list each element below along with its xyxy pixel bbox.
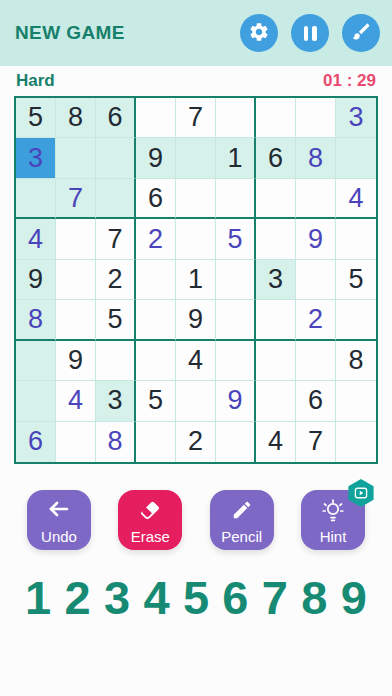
cell-r3c5[interactable] (176, 179, 216, 219)
cell-r9c8[interactable]: 7 (296, 422, 336, 462)
cell-r5c8[interactable] (296, 260, 336, 300)
cell-r9c7[interactable]: 4 (256, 422, 296, 462)
cell-r7c3[interactable] (96, 341, 136, 381)
pencil-button[interactable]: Pencil (210, 490, 274, 550)
cell-r8c7[interactable] (256, 381, 296, 421)
erase-label: Erase (131, 528, 170, 545)
numpad-7[interactable]: 7 (262, 574, 288, 621)
cell-r9c5[interactable]: 2 (176, 422, 216, 462)
cell-r5c1[interactable]: 9 (16, 260, 56, 300)
numpad-4[interactable]: 4 (143, 574, 169, 621)
cell-r4c8[interactable]: 9 (296, 219, 336, 259)
cell-r8c1[interactable] (16, 381, 56, 421)
header-buttons (240, 14, 380, 52)
undo-button[interactable]: Undo (27, 490, 91, 550)
cell-r9c9[interactable] (336, 422, 376, 462)
cell-r2c5[interactable] (176, 138, 216, 178)
settings-button[interactable] (240, 14, 278, 52)
cell-r5c4[interactable] (136, 260, 176, 300)
cell-r9c1[interactable]: 6 (16, 422, 56, 462)
difficulty-label: Hard (16, 71, 55, 91)
cell-r6c5[interactable]: 9 (176, 300, 216, 340)
cell-r2c7[interactable]: 6 (256, 138, 296, 178)
cell-r1c5[interactable]: 7 (176, 98, 216, 138)
cell-r4c3[interactable]: 7 (96, 219, 136, 259)
cell-r5c7[interactable]: 3 (256, 260, 296, 300)
cell-r8c6[interactable]: 9 (216, 381, 256, 421)
cell-r7c7[interactable] (256, 341, 296, 381)
undo-arrow-icon (47, 499, 71, 519)
cell-r2c2[interactable] (56, 138, 96, 178)
theme-button[interactable] (342, 14, 380, 52)
numpad-1[interactable]: 1 (25, 574, 51, 621)
cell-r3c3[interactable] (96, 179, 136, 219)
cell-r7c5[interactable]: 4 (176, 341, 216, 381)
paintbrush-icon (351, 21, 372, 45)
cell-r1c4[interactable] (136, 98, 176, 138)
pause-button[interactable] (291, 14, 329, 52)
header: NEW GAME (0, 0, 392, 66)
cell-r8c9[interactable] (336, 381, 376, 421)
numpad-8[interactable]: 8 (301, 574, 327, 621)
cell-r8c3[interactable]: 3 (96, 381, 136, 421)
cell-r7c4[interactable] (136, 341, 176, 381)
cell-r2c3[interactable] (96, 138, 136, 178)
cell-r7c2[interactable]: 9 (56, 341, 96, 381)
cell-r3c2[interactable]: 7 (56, 179, 96, 219)
number-pad: 1 2 3 4 5 6 7 8 9 (0, 574, 392, 621)
cell-r3c4[interactable]: 6 (136, 179, 176, 219)
cell-r6c7[interactable] (256, 300, 296, 340)
cell-r1c2[interactable]: 8 (56, 98, 96, 138)
cell-r4c6[interactable]: 5 (216, 219, 256, 259)
cell-r6c3[interactable]: 5 (96, 300, 136, 340)
gear-icon (248, 21, 270, 46)
cell-r2c4[interactable]: 9 (136, 138, 176, 178)
cell-r5c9[interactable]: 5 (336, 260, 376, 300)
cell-r9c6[interactable] (216, 422, 256, 462)
cell-r6c8[interactable]: 2 (296, 300, 336, 340)
pause-icon (304, 26, 317, 41)
cell-r5c2[interactable] (56, 260, 96, 300)
cell-r9c2[interactable] (56, 422, 96, 462)
page-title: NEW GAME (15, 22, 125, 44)
cell-r5c3[interactable]: 2 (96, 260, 136, 300)
cell-r4c7[interactable] (256, 219, 296, 259)
cell-r8c5[interactable] (176, 381, 216, 421)
cell-r6c6[interactable] (216, 300, 256, 340)
cell-r1c3[interactable]: 6 (96, 98, 136, 138)
numpad-5[interactable]: 5 (183, 574, 209, 621)
cell-r6c1[interactable]: 8 (16, 300, 56, 340)
toolbar: Undo Erase Pencil Hint (0, 490, 392, 550)
numpad-6[interactable]: 6 (222, 574, 248, 621)
numpad-3[interactable]: 3 (104, 574, 130, 621)
cell-r3c6[interactable] (216, 179, 256, 219)
cell-r2c9[interactable] (336, 138, 376, 178)
numpad-2[interactable]: 2 (64, 574, 90, 621)
cell-r1c6[interactable] (216, 98, 256, 138)
cell-r2c1[interactable]: 3 (16, 138, 56, 178)
pencil-icon (231, 499, 253, 521)
eraser-icon (138, 499, 162, 521)
numpad-9[interactable]: 9 (341, 574, 367, 621)
cell-r6c9[interactable] (336, 300, 376, 340)
cell-r6c4[interactable] (136, 300, 176, 340)
cell-r7c6[interactable] (216, 341, 256, 381)
hint-button[interactable]: Hint (301, 490, 365, 550)
cell-r1c8[interactable] (296, 98, 336, 138)
cell-r4c9[interactable] (336, 219, 376, 259)
cell-r7c9[interactable]: 8 (336, 341, 376, 381)
undo-label: Undo (41, 528, 77, 545)
cell-r4c5[interactable] (176, 219, 216, 259)
cell-r1c7[interactable] (256, 98, 296, 138)
lightbulb-icon (320, 499, 346, 523)
cell-r4c4[interactable]: 2 (136, 219, 176, 259)
cell-r5c6[interactable] (216, 260, 256, 300)
hint-video-ad-badge (347, 479, 375, 507)
sudoku-grid: 5867339168764472599213585929484359668247 (14, 96, 378, 464)
cell-r1c9[interactable]: 3 (336, 98, 376, 138)
cell-r7c1[interactable] (16, 341, 56, 381)
hint-label: Hint (320, 528, 347, 545)
cell-r8c8[interactable]: 6 (296, 381, 336, 421)
cell-r3c9[interactable]: 4 (336, 179, 376, 219)
cell-r7c8[interactable] (296, 341, 336, 381)
cell-r2c6[interactable]: 1 (216, 138, 256, 178)
cell-r4c1[interactable]: 4 (16, 219, 56, 259)
pencil-label: Pencil (221, 528, 262, 545)
cell-r8c2[interactable]: 4 (56, 381, 96, 421)
cell-r6c2[interactable] (56, 300, 96, 340)
cell-r2c8[interactable]: 8 (296, 138, 336, 178)
cell-r4c2[interactable] (56, 219, 96, 259)
cell-r3c8[interactable] (296, 179, 336, 219)
cell-r1c1[interactable]: 5 (16, 98, 56, 138)
erase-button[interactable]: Erase (118, 490, 182, 550)
cell-r8c4[interactable]: 5 (136, 381, 176, 421)
cell-r9c3[interactable]: 8 (96, 422, 136, 462)
cell-r3c7[interactable] (256, 179, 296, 219)
timer: 01 : 29 (323, 71, 376, 91)
cell-r5c5[interactable]: 1 (176, 260, 216, 300)
cell-r9c4[interactable] (136, 422, 176, 462)
cell-r3c1[interactable] (16, 179, 56, 219)
status-bar: Hard 01 : 29 (0, 66, 392, 96)
